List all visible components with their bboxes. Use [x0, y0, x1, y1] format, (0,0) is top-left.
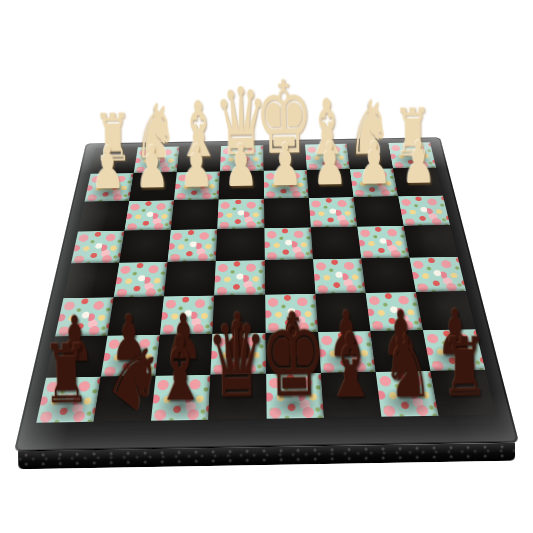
square-c5[interactable]	[168, 229, 218, 262]
piece-dark-bishop-f1[interactable]: ♝	[324, 324, 377, 409]
square-f5[interactable]	[311, 227, 362, 260]
piece-dark-queen-d1[interactable]: ♛	[206, 311, 268, 411]
square-g7[interactable]: ♟	[350, 169, 398, 197]
square-b6[interactable]	[125, 200, 175, 231]
piece-dark-king-e1[interactable]: ♚	[260, 301, 328, 410]
square-f6[interactable]	[308, 197, 357, 227]
piece-dark-rook-h1[interactable]: ♜	[441, 329, 490, 407]
square-h5[interactable]	[404, 225, 458, 258]
square-a4[interactable]	[63, 263, 119, 299]
square-b5[interactable]	[119, 230, 171, 263]
square-e6[interactable]	[264, 198, 311, 228]
square-d6[interactable]	[218, 198, 265, 229]
square-c6[interactable]	[171, 199, 219, 230]
square-g5[interactable]	[357, 226, 409, 259]
square-h4[interactable]	[409, 257, 466, 292]
square-g1[interactable]: ♞	[375, 371, 438, 417]
piece-dark-rook-a1[interactable]: ♜	[42, 336, 91, 414]
square-d5[interactable]	[216, 228, 264, 261]
square-h6[interactable]	[398, 195, 450, 225]
square-e1[interactable]: ♚	[266, 373, 324, 419]
square-a7[interactable]: ♟	[85, 173, 134, 201]
square-h1[interactable]: ♜	[430, 370, 496, 416]
square-a1[interactable]: ♜	[36, 377, 101, 423]
piece-dark-knight-g1[interactable]: ♞	[382, 325, 434, 408]
piece-light-pawn-a7[interactable]: ♟	[90, 140, 125, 196]
square-d1[interactable]: ♛	[209, 374, 266, 420]
square-b1[interactable]: ♞	[94, 376, 156, 422]
square-g4[interactable]	[361, 258, 416, 293]
chess-set-photo: ♜♞♝♛♚♝♞♜♟♟♟♟♟♟♟♟♟♟♟♟♟♟♟♟♜♞♝♛♚♝♞♜	[0, 0, 533, 533]
square-d4[interactable]	[214, 260, 264, 296]
piece-light-pawn-e7[interactable]: ♟	[268, 137, 303, 193]
square-f7[interactable]: ♟	[307, 169, 354, 197]
square-h7[interactable]: ♟	[393, 168, 443, 196]
chess-board: ♜♞♝♛♚♝♞♜♟♟♟♟♟♟♟♟♟♟♟♟♟♟♟♟♜♞♝♛♚♝♞♜	[14, 137, 519, 451]
square-e5[interactable]	[264, 227, 313, 260]
board-front-edge	[18, 443, 515, 470]
square-d7[interactable]: ♟	[219, 171, 264, 199]
square-a6[interactable]	[78, 201, 129, 232]
piece-light-pawn-d7[interactable]: ♟	[223, 138, 258, 194]
piece-light-pawn-b7[interactable]: ♟	[134, 139, 169, 195]
square-c7[interactable]: ♟	[174, 172, 220, 200]
square-a5[interactable]	[71, 231, 125, 264]
board-grid: ♜♞♝♛♚♝♞♜♟♟♟♟♟♟♟♟♟♟♟♟♟♟♟♟♜♞♝♛♚♝♞♜	[36, 142, 496, 422]
square-c4[interactable]	[164, 261, 216, 297]
piece-light-pawn-c7[interactable]: ♟	[179, 138, 214, 194]
piece-light-pawn-h7[interactable]: ♟	[401, 135, 436, 191]
square-e7[interactable]: ♟	[263, 170, 308, 198]
piece-light-pawn-f7[interactable]: ♟	[312, 136, 347, 192]
square-b7[interactable]: ♟	[129, 172, 177, 200]
square-g6[interactable]	[353, 196, 403, 226]
square-f1[interactable]: ♝	[321, 372, 382, 418]
piece-light-pawn-g7[interactable]: ♟	[357, 135, 392, 191]
square-b4[interactable]	[114, 262, 168, 298]
